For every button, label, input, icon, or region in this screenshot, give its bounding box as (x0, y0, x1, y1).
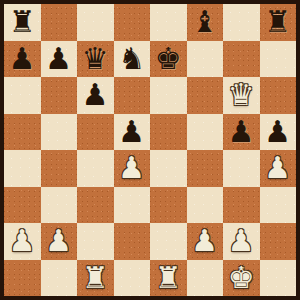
square-g1[interactable]: ♚ (223, 260, 260, 297)
chess-board: ♜♝♜♟♟♛♞♚♟♛♟♟♟♟♟♟♟♟♟♜♜♚ (4, 4, 296, 296)
square-f7[interactable] (187, 41, 224, 78)
square-f4[interactable] (187, 150, 224, 187)
square-h4[interactable]: ♟ (260, 150, 297, 187)
square-e6[interactable] (150, 77, 187, 114)
black-pawn-piece[interactable]: ♟ (9, 41, 36, 78)
black-pawn-piece[interactable]: ♟ (264, 114, 291, 151)
square-c8[interactable] (77, 4, 114, 41)
square-g2[interactable]: ♟ (223, 223, 260, 260)
square-a6[interactable] (4, 77, 41, 114)
square-g7[interactable] (223, 41, 260, 78)
black-king-piece[interactable]: ♚ (155, 41, 182, 78)
square-a4[interactable] (4, 150, 41, 187)
square-d2[interactable] (114, 223, 151, 260)
white-king-piece[interactable]: ♚ (228, 260, 255, 297)
square-h2[interactable] (260, 223, 297, 260)
black-rook-piece[interactable]: ♜ (9, 4, 36, 41)
black-pawn-piece[interactable]: ♟ (228, 114, 255, 151)
white-rook-piece[interactable]: ♜ (155, 260, 182, 297)
square-a1[interactable] (4, 260, 41, 297)
square-b4[interactable] (41, 150, 78, 187)
square-a3[interactable] (4, 187, 41, 224)
square-c2[interactable] (77, 223, 114, 260)
black-pawn-piece[interactable]: ♟ (45, 41, 72, 78)
square-b1[interactable] (41, 260, 78, 297)
white-pawn-piece[interactable]: ♟ (9, 223, 36, 260)
square-h3[interactable] (260, 187, 297, 224)
square-d6[interactable] (114, 77, 151, 114)
square-e8[interactable] (150, 4, 187, 41)
square-h8[interactable]: ♜ (260, 4, 297, 41)
square-f5[interactable] (187, 114, 224, 151)
square-c5[interactable] (77, 114, 114, 151)
white-pawn-piece[interactable]: ♟ (264, 150, 291, 187)
square-b7[interactable]: ♟ (41, 41, 78, 78)
black-queen-piece[interactable]: ♛ (82, 41, 109, 78)
square-f1[interactable] (187, 260, 224, 297)
square-g5[interactable]: ♟ (223, 114, 260, 151)
square-d7[interactable]: ♞ (114, 41, 151, 78)
square-a7[interactable]: ♟ (4, 41, 41, 78)
square-c6[interactable]: ♟ (77, 77, 114, 114)
square-b6[interactable] (41, 77, 78, 114)
black-pawn-piece[interactable]: ♟ (118, 114, 145, 151)
white-pawn-piece[interactable]: ♟ (118, 150, 145, 187)
square-g8[interactable] (223, 4, 260, 41)
square-g3[interactable] (223, 187, 260, 224)
square-h7[interactable] (260, 41, 297, 78)
square-c4[interactable] (77, 150, 114, 187)
square-h1[interactable] (260, 260, 297, 297)
square-c3[interactable] (77, 187, 114, 224)
square-g6[interactable]: ♛ (223, 77, 260, 114)
square-f2[interactable]: ♟ (187, 223, 224, 260)
white-rook-piece[interactable]: ♜ (82, 260, 109, 297)
square-e7[interactable]: ♚ (150, 41, 187, 78)
square-h6[interactable] (260, 77, 297, 114)
square-f8[interactable]: ♝ (187, 4, 224, 41)
square-e5[interactable] (150, 114, 187, 151)
square-c1[interactable]: ♜ (77, 260, 114, 297)
square-d3[interactable] (114, 187, 151, 224)
square-c7[interactable]: ♛ (77, 41, 114, 78)
square-b8[interactable] (41, 4, 78, 41)
black-knight-piece[interactable]: ♞ (118, 41, 145, 78)
square-e4[interactable] (150, 150, 187, 187)
black-pawn-piece[interactable]: ♟ (82, 77, 109, 114)
square-a2[interactable]: ♟ (4, 223, 41, 260)
square-g4[interactable] (223, 150, 260, 187)
black-rook-piece[interactable]: ♜ (264, 4, 291, 41)
black-bishop-piece[interactable]: ♝ (191, 4, 218, 41)
square-e2[interactable] (150, 223, 187, 260)
square-d8[interactable] (114, 4, 151, 41)
square-a8[interactable]: ♜ (4, 4, 41, 41)
square-h5[interactable]: ♟ (260, 114, 297, 151)
white-pawn-piece[interactable]: ♟ (191, 223, 218, 260)
square-a5[interactable] (4, 114, 41, 151)
square-f3[interactable] (187, 187, 224, 224)
square-b3[interactable] (41, 187, 78, 224)
chess-board-frame: ♜♝♜♟♟♛♞♚♟♛♟♟♟♟♟♟♟♟♟♜♜♚ (0, 0, 300, 300)
square-d5[interactable]: ♟ (114, 114, 151, 151)
square-b2[interactable]: ♟ (41, 223, 78, 260)
white-queen-piece[interactable]: ♛ (228, 77, 255, 114)
square-d1[interactable] (114, 260, 151, 297)
square-e1[interactable]: ♜ (150, 260, 187, 297)
white-pawn-piece[interactable]: ♟ (45, 223, 72, 260)
square-f6[interactable] (187, 77, 224, 114)
square-b5[interactable] (41, 114, 78, 151)
white-pawn-piece[interactable]: ♟ (228, 223, 255, 260)
square-d4[interactable]: ♟ (114, 150, 151, 187)
square-e3[interactable] (150, 187, 187, 224)
